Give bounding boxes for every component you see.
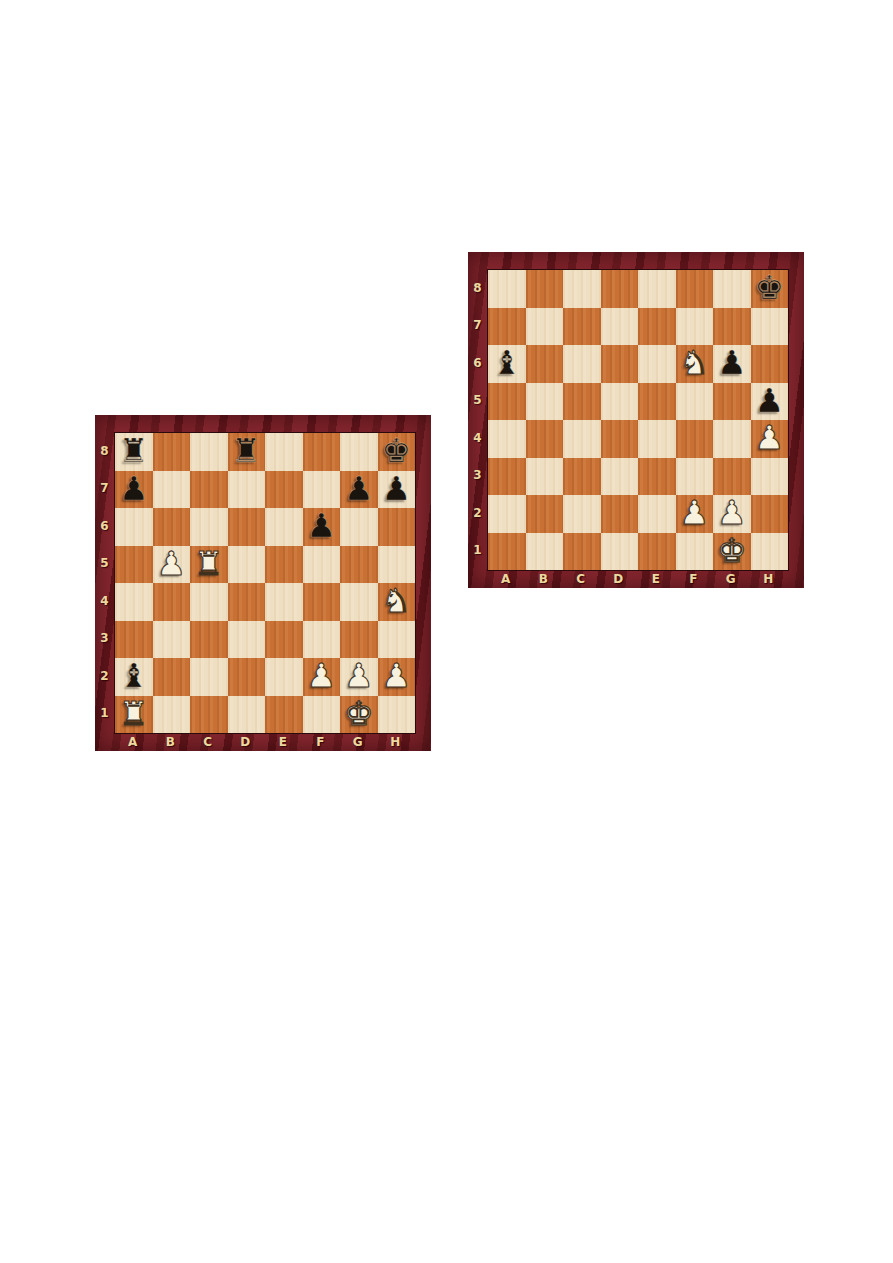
square-c5: ♜ [190,546,228,584]
square-b2 [153,658,191,696]
square-a4 [115,583,153,621]
square-f6: ♟ [303,508,341,546]
square-e4 [638,420,676,458]
rank-label-2: 2 [95,657,114,695]
square-b1 [526,533,564,571]
square-c8 [563,270,601,308]
square-c6 [190,508,228,546]
square-b8 [526,270,564,308]
file-label-e: E [264,733,302,750]
file-label-f: F [675,570,713,587]
white-king: ♚ [717,534,747,567]
rank-label-8: 8 [468,269,487,307]
square-b3 [153,621,191,659]
black-pawn: ♟ [381,472,411,505]
rank-label-5: 5 [468,382,487,420]
square-f3 [303,621,341,659]
square-d4 [228,583,266,621]
square-g6: ♟ [713,345,751,383]
white-king: ♚ [344,697,374,730]
square-h3 [751,458,789,496]
file-label-c: C [189,733,227,750]
rank-label-5: 5 [95,545,114,583]
square-h1 [378,696,416,734]
square-d6 [228,508,266,546]
white-pawn: ♟ [156,547,186,580]
square-d1 [228,696,266,734]
file-label-d: D [227,733,265,750]
square-c7 [563,308,601,346]
square-a6 [115,508,153,546]
square-b5: ♟ [153,546,191,584]
square-a3 [115,621,153,659]
square-e1 [638,533,676,571]
square-h5: ♟ [751,383,789,421]
square-h6 [751,345,789,383]
square-b8 [153,433,191,471]
square-g1: ♚ [713,533,751,571]
square-d2 [601,495,639,533]
rank-label-6: 6 [468,344,487,382]
square-d1 [601,533,639,571]
square-b6 [153,508,191,546]
white-pawn: ♟ [344,659,374,692]
square-d8: ♜ [228,433,266,471]
black-bishop: ♝ [492,346,522,379]
square-a8 [488,270,526,308]
square-e3 [638,458,676,496]
file-labels: ABCDEFGH [487,570,787,587]
square-e3 [265,621,303,659]
file-label-d: D [600,570,638,587]
square-h4: ♟ [751,420,789,458]
file-label-g: G [712,570,750,587]
rank-label-7: 7 [95,470,114,508]
file-label-f: F [302,733,340,750]
black-king: ♚ [381,434,411,467]
file-label-a: A [114,733,152,750]
white-pawn: ♟ [306,659,336,692]
black-pawn: ♟ [754,384,784,417]
square-h2 [751,495,789,533]
square-a5 [115,546,153,584]
rank-label-8: 8 [95,432,114,470]
square-e6 [265,508,303,546]
square-e8 [638,270,676,308]
white-knight: ♞ [381,584,411,617]
square-g3 [340,621,378,659]
square-f4 [676,420,714,458]
black-pawn: ♟ [306,509,336,542]
square-d2 [228,658,266,696]
square-f5 [303,546,341,584]
square-a1: ♜ [115,696,153,734]
rank-label-1: 1 [95,695,114,733]
square-c1 [190,696,228,734]
square-h7: ♟ [378,471,416,509]
rank-label-4: 4 [95,582,114,620]
square-g6 [340,508,378,546]
file-label-g: G [339,733,377,750]
square-f2: ♟ [303,658,341,696]
square-g7 [713,308,751,346]
square-b5 [526,383,564,421]
square-c2 [563,495,601,533]
square-b6 [526,345,564,383]
square-g7: ♟ [340,471,378,509]
square-d3 [228,621,266,659]
square-a7: ♟ [115,471,153,509]
square-b7 [526,308,564,346]
square-a1 [488,533,526,571]
file-label-e: E [637,570,675,587]
square-a5 [488,383,526,421]
black-king: ♚ [754,271,784,304]
square-b2 [526,495,564,533]
file-label-c: C [562,570,600,587]
rank-label-1: 1 [468,532,487,570]
square-e5 [265,546,303,584]
square-h4: ♞ [378,583,416,621]
square-e5 [638,383,676,421]
square-g4 [713,420,751,458]
square-c7 [190,471,228,509]
square-h8: ♚ [751,270,789,308]
square-d5 [601,383,639,421]
square-c3 [190,621,228,659]
board-grid: ♚♝♞♟♟♟♟♟♚ [487,269,789,571]
square-g2: ♟ [340,658,378,696]
square-c1 [563,533,601,571]
rank-label-7: 7 [468,307,487,345]
square-c8 [190,433,228,471]
square-g2: ♟ [713,495,751,533]
board-grid: ♜♜♚♟♟♟♟♟♜♞♝♟♟♟♜♚ [114,432,416,734]
square-g8 [713,270,751,308]
square-h8: ♚ [378,433,416,471]
square-b4 [153,583,191,621]
square-a6: ♝ [488,345,526,383]
rank-label-3: 3 [95,620,114,658]
square-b4 [526,420,564,458]
square-c4 [563,420,601,458]
square-c2 [190,658,228,696]
square-e2 [265,658,303,696]
square-a2 [488,495,526,533]
square-g8 [340,433,378,471]
file-labels: ABCDEFGH [114,733,414,750]
square-f6: ♞ [676,345,714,383]
white-rook: ♜ [119,697,149,730]
square-a8: ♜ [115,433,153,471]
black-rook: ♜ [119,434,149,467]
black-pawn: ♟ [119,472,149,505]
square-e8 [265,433,303,471]
square-g5 [340,546,378,584]
square-e7 [638,308,676,346]
square-e7 [265,471,303,509]
rank-label-3: 3 [468,457,487,495]
square-f4 [303,583,341,621]
black-pawn: ♟ [344,472,374,505]
square-b7 [153,471,191,509]
white-pawn: ♟ [754,421,784,454]
file-label-b: B [525,570,563,587]
square-g1: ♚ [340,696,378,734]
file-label-b: B [152,733,190,750]
black-pawn: ♟ [717,346,747,379]
square-f8 [676,270,714,308]
rank-label-2: 2 [468,494,487,532]
square-g3 [713,458,751,496]
chess-board-left: 87654321 ♜♜♚♟♟♟♟♟♜♞♝♟♟♟♜♚ ABCDEFGH [95,415,431,751]
square-h1 [751,533,789,571]
square-h6 [378,508,416,546]
white-pawn: ♟ [679,496,709,529]
white-pawn: ♟ [717,496,747,529]
square-a7 [488,308,526,346]
page: { "game": "chess", "page_background": "#… [0,0,893,1263]
square-h3 [378,621,416,659]
square-f5 [676,383,714,421]
rank-label-4: 4 [468,419,487,457]
file-label-h: H [377,733,415,750]
square-c6 [563,345,601,383]
file-label-a: A [487,570,525,587]
square-g5 [713,383,751,421]
square-h5 [378,546,416,584]
square-h7 [751,308,789,346]
square-e4 [265,583,303,621]
square-f7 [676,308,714,346]
file-label-h: H [750,570,788,587]
white-knight: ♞ [679,346,709,379]
chess-board-right: 87654321 ♚♝♞♟♟♟♟♟♚ ABCDEFGH [468,252,804,588]
square-a4 [488,420,526,458]
square-h2: ♟ [378,658,416,696]
square-f1 [676,533,714,571]
square-c3 [563,458,601,496]
square-f2: ♟ [676,495,714,533]
square-f7 [303,471,341,509]
black-rook: ♜ [231,434,261,467]
square-b1 [153,696,191,734]
square-a3 [488,458,526,496]
square-d8 [601,270,639,308]
square-d5 [228,546,266,584]
square-f3 [676,458,714,496]
square-b3 [526,458,564,496]
square-d4 [601,420,639,458]
white-rook: ♜ [194,547,224,580]
square-f1 [303,696,341,734]
square-e2 [638,495,676,533]
square-e6 [638,345,676,383]
square-f8 [303,433,341,471]
square-a2: ♝ [115,658,153,696]
rank-labels: 87654321 [95,432,114,732]
rank-labels: 87654321 [468,269,487,569]
square-d6 [601,345,639,383]
black-bishop: ♝ [119,659,149,692]
square-d7 [228,471,266,509]
square-c4 [190,583,228,621]
square-c5 [563,383,601,421]
white-pawn: ♟ [381,659,411,692]
rank-label-6: 6 [95,507,114,545]
square-d3 [601,458,639,496]
square-g4 [340,583,378,621]
square-d7 [601,308,639,346]
square-e1 [265,696,303,734]
